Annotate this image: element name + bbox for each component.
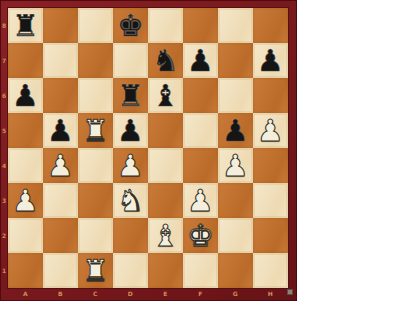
square-e1[interactable] xyxy=(148,253,183,288)
square-c2[interactable] xyxy=(78,218,113,253)
file-label-b: B xyxy=(43,290,78,297)
file-label-f: F xyxy=(183,290,218,297)
square-h5[interactable]: ♟ xyxy=(253,113,288,148)
square-g3[interactable] xyxy=(218,183,253,218)
piece-white-bishop[interactable]: ♝ xyxy=(148,218,183,253)
square-a3[interactable]: ♟ xyxy=(8,183,43,218)
square-d1[interactable] xyxy=(113,253,148,288)
chess-board: ♜♚♞♟♟♟♜♝♟♜♟♟♟♟♟♟♟♞♟♝♚♜ 87654321ABCDEFGH xyxy=(0,0,297,301)
piece-white-pawn[interactable]: ♟ xyxy=(253,113,288,148)
square-a4[interactable] xyxy=(8,148,43,183)
square-a1[interactable] xyxy=(8,253,43,288)
piece-black-king[interactable]: ♚ xyxy=(113,8,148,43)
square-e8[interactable] xyxy=(148,8,183,43)
file-label-h: H xyxy=(253,290,288,297)
piece-black-pawn[interactable]: ♟ xyxy=(43,113,78,148)
square-f4[interactable] xyxy=(183,148,218,183)
piece-black-knight[interactable]: ♞ xyxy=(148,43,183,78)
board-corner-marker xyxy=(287,289,293,295)
square-g5[interactable]: ♟ xyxy=(218,113,253,148)
piece-white-knight[interactable]: ♞ xyxy=(113,183,148,218)
rank-label-7: 7 xyxy=(0,57,8,64)
rank-label-8: 8 xyxy=(0,22,8,29)
piece-white-pawn[interactable]: ♟ xyxy=(8,183,43,218)
rank-label-2: 2 xyxy=(0,232,8,239)
square-h3[interactable] xyxy=(253,183,288,218)
square-a6[interactable]: ♟ xyxy=(8,78,43,113)
piece-black-pawn[interactable]: ♟ xyxy=(253,43,288,78)
square-e3[interactable] xyxy=(148,183,183,218)
square-a8[interactable]: ♜ xyxy=(8,8,43,43)
square-h7[interactable]: ♟ xyxy=(253,43,288,78)
square-d5[interactable]: ♟ xyxy=(113,113,148,148)
square-c5[interactable]: ♜ xyxy=(78,113,113,148)
square-g1[interactable] xyxy=(218,253,253,288)
file-label-d: D xyxy=(113,290,148,297)
square-b2[interactable] xyxy=(43,218,78,253)
square-h1[interactable] xyxy=(253,253,288,288)
rank-label-6: 6 xyxy=(0,92,8,99)
square-b7[interactable] xyxy=(43,43,78,78)
square-f3[interactable]: ♟ xyxy=(183,183,218,218)
square-d2[interactable] xyxy=(113,218,148,253)
square-g6[interactable] xyxy=(218,78,253,113)
rank-label-3: 3 xyxy=(0,197,8,204)
piece-white-rook[interactable]: ♜ xyxy=(78,113,113,148)
square-e4[interactable] xyxy=(148,148,183,183)
rank-label-4: 4 xyxy=(0,162,8,169)
square-b6[interactable] xyxy=(43,78,78,113)
square-d4[interactable]: ♟ xyxy=(113,148,148,183)
piece-black-pawn[interactable]: ♟ xyxy=(8,78,43,113)
square-a5[interactable] xyxy=(8,113,43,148)
square-h8[interactable] xyxy=(253,8,288,43)
piece-black-pawn[interactable]: ♟ xyxy=(113,113,148,148)
rank-label-5: 5 xyxy=(0,127,8,134)
file-label-e: E xyxy=(148,290,183,297)
square-d8[interactable]: ♚ xyxy=(113,8,148,43)
page: ♜♚♞♟♟♟♜♝♟♜♟♟♟♟♟♟♟♞♟♝♚♜ 87654321ABCDEFGH xyxy=(0,0,414,311)
piece-black-pawn[interactable]: ♟ xyxy=(218,113,253,148)
square-f2[interactable]: ♚ xyxy=(183,218,218,253)
square-f1[interactable] xyxy=(183,253,218,288)
square-h2[interactable] xyxy=(253,218,288,253)
square-g7[interactable] xyxy=(218,43,253,78)
square-e5[interactable] xyxy=(148,113,183,148)
piece-white-pawn[interactable]: ♟ xyxy=(183,183,218,218)
square-a2[interactable] xyxy=(8,218,43,253)
piece-black-pawn[interactable]: ♟ xyxy=(183,43,218,78)
piece-white-king[interactable]: ♚ xyxy=(183,218,218,253)
square-f5[interactable] xyxy=(183,113,218,148)
square-c8[interactable] xyxy=(78,8,113,43)
file-label-g: G xyxy=(218,290,253,297)
file-label-a: A xyxy=(8,290,43,297)
board-grid: ♜♚♞♟♟♟♜♝♟♜♟♟♟♟♟♟♟♞♟♝♚♜ xyxy=(8,8,288,288)
square-h4[interactable] xyxy=(253,148,288,183)
square-c6[interactable] xyxy=(78,78,113,113)
square-g4[interactable]: ♟ xyxy=(218,148,253,183)
square-c4[interactable] xyxy=(78,148,113,183)
piece-white-pawn[interactable]: ♟ xyxy=(113,148,148,183)
square-d6[interactable]: ♜ xyxy=(113,78,148,113)
file-label-c: C xyxy=(78,290,113,297)
piece-black-bishop[interactable]: ♝ xyxy=(148,78,183,113)
square-e6[interactable]: ♝ xyxy=(148,78,183,113)
piece-white-pawn[interactable]: ♟ xyxy=(43,148,78,183)
square-f6[interactable] xyxy=(183,78,218,113)
square-g2[interactable] xyxy=(218,218,253,253)
square-e7[interactable]: ♞ xyxy=(148,43,183,78)
rank-label-1: 1 xyxy=(0,267,8,274)
square-e2[interactable]: ♝ xyxy=(148,218,183,253)
square-b5[interactable]: ♟ xyxy=(43,113,78,148)
square-g8[interactable] xyxy=(218,8,253,43)
square-f8[interactable] xyxy=(183,8,218,43)
square-c7[interactable] xyxy=(78,43,113,78)
square-b8[interactable] xyxy=(43,8,78,43)
square-d7[interactable] xyxy=(113,43,148,78)
piece-black-rook[interactable]: ♜ xyxy=(113,78,148,113)
square-h6[interactable] xyxy=(253,78,288,113)
square-f7[interactable]: ♟ xyxy=(183,43,218,78)
square-b1[interactable] xyxy=(43,253,78,288)
square-c1[interactable]: ♜ xyxy=(78,253,113,288)
square-a7[interactable] xyxy=(8,43,43,78)
piece-white-rook[interactable]: ♜ xyxy=(78,253,113,288)
square-c3[interactable] xyxy=(78,183,113,218)
square-d3[interactable]: ♞ xyxy=(113,183,148,218)
square-b4[interactable]: ♟ xyxy=(43,148,78,183)
piece-black-rook[interactable]: ♜ xyxy=(8,8,43,43)
piece-white-pawn[interactable]: ♟ xyxy=(218,148,253,183)
square-b3[interactable] xyxy=(43,183,78,218)
